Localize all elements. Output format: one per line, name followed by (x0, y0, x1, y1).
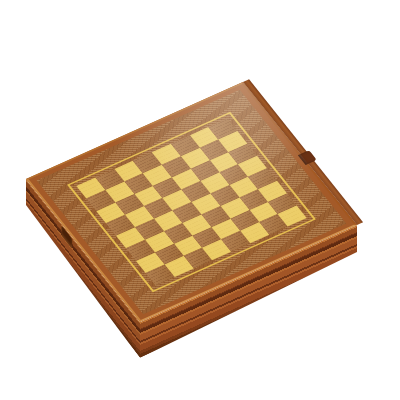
box-lid-top (26, 82, 357, 322)
product-photo (0, 0, 400, 400)
